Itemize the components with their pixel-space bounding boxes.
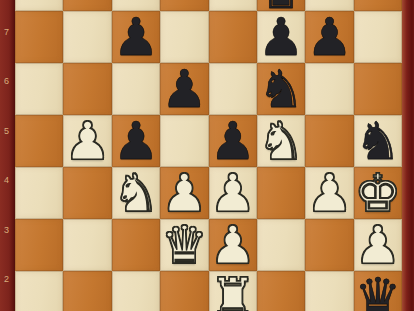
- square-f6[interactable]: ♞: [257, 63, 305, 115]
- square-a6[interactable]: [15, 63, 63, 115]
- piece-bN-h5: ♞: [355, 115, 402, 167]
- square-f3[interactable]: [257, 219, 305, 271]
- rank-label-6: 6: [0, 76, 13, 87]
- square-a4[interactable]: [15, 167, 63, 219]
- square-b7[interactable]: [63, 11, 111, 63]
- square-b2[interactable]: [63, 271, 111, 311]
- square-a5[interactable]: [15, 115, 63, 167]
- square-f4[interactable]: [257, 167, 305, 219]
- piece-wP-e3: ♟: [209, 219, 256, 271]
- piece-wP-b5: ♟: [64, 115, 111, 167]
- square-g7[interactable]: ♟: [305, 11, 353, 63]
- square-a7[interactable]: [15, 11, 63, 63]
- rank-label-4: 4: [0, 175, 13, 186]
- rank-label-3: 3: [0, 225, 13, 236]
- piece-bP-f7: ♟: [258, 11, 305, 63]
- square-e2[interactable]: ♜: [209, 271, 257, 311]
- square-b3[interactable]: [63, 219, 111, 271]
- square-e5[interactable]: ♟: [209, 115, 257, 167]
- square-e8[interactable]: [209, 0, 257, 11]
- rank-label-2: 2: [0, 274, 13, 285]
- piece-bN-f6: ♞: [258, 63, 305, 115]
- square-b4[interactable]: [63, 167, 111, 219]
- square-a8[interactable]: [15, 0, 63, 11]
- board-right-border: [402, 0, 414, 311]
- square-c2[interactable]: [112, 271, 160, 311]
- rank-label-5: 5: [0, 126, 13, 137]
- square-g2[interactable]: [305, 271, 353, 311]
- square-f7[interactable]: ♟: [257, 11, 305, 63]
- piece-wN-c4: ♞: [113, 167, 160, 219]
- square-b8[interactable]: [63, 0, 111, 11]
- square-e7[interactable]: [209, 11, 257, 63]
- rank-label-7: 7: [0, 27, 13, 38]
- board-left-border: 7 6 5 4 3 2: [0, 0, 15, 311]
- piece-wN-f5: ♞: [258, 115, 305, 167]
- square-f2[interactable]: [257, 271, 305, 311]
- square-d8[interactable]: [160, 0, 208, 11]
- chess-board: ♚♟♟♟♟♞♟♟♟♞♞♞♟♟♟♚♛♟♟♜♛♜: [15, 0, 402, 311]
- square-d4[interactable]: ♟: [160, 167, 208, 219]
- square-b6[interactable]: [63, 63, 111, 115]
- square-f5[interactable]: ♞: [257, 115, 305, 167]
- piece-wK-h4: ♚: [355, 167, 402, 219]
- square-c6[interactable]: [112, 63, 160, 115]
- square-d3[interactable]: ♛: [160, 219, 208, 271]
- piece-wP-h3: ♟: [355, 219, 402, 271]
- square-h6[interactable]: [354, 63, 402, 115]
- square-d6[interactable]: ♟: [160, 63, 208, 115]
- piece-bP-g7: ♟: [306, 11, 353, 63]
- square-b5[interactable]: ♟: [63, 115, 111, 167]
- square-c4[interactable]: ♞: [112, 167, 160, 219]
- chess-board-screenshot: ♚♟♟♟♟♞♟♟♟♞♞♞♟♟♟♚♛♟♟♜♛♜ 7 6 5 4 3 2: [0, 0, 414, 311]
- square-d5[interactable]: [160, 115, 208, 167]
- piece-wP-e4: ♟: [209, 167, 256, 219]
- piece-wR-e2: ♜: [209, 271, 256, 311]
- square-h3[interactable]: ♟: [354, 219, 402, 271]
- square-h2[interactable]: ♛: [354, 271, 402, 311]
- piece-bP-d6: ♟: [161, 63, 208, 115]
- square-c7[interactable]: ♟: [112, 11, 160, 63]
- square-h8[interactable]: [354, 0, 402, 11]
- square-c5[interactable]: ♟: [112, 115, 160, 167]
- square-h4[interactable]: ♚: [354, 167, 402, 219]
- square-d7[interactable]: [160, 11, 208, 63]
- square-a3[interactable]: [15, 219, 63, 271]
- piece-bP-e5: ♟: [209, 115, 256, 167]
- square-e6[interactable]: [209, 63, 257, 115]
- square-g4[interactable]: ♟: [305, 167, 353, 219]
- square-e3[interactable]: ♟: [209, 219, 257, 271]
- piece-wP-d4: ♟: [161, 167, 208, 219]
- square-g6[interactable]: [305, 63, 353, 115]
- square-a2[interactable]: [15, 271, 63, 311]
- square-h7[interactable]: [354, 11, 402, 63]
- square-c3[interactable]: [112, 219, 160, 271]
- piece-wQ-d3: ♛: [161, 219, 208, 271]
- piece-bQ-h2: ♛: [355, 271, 402, 311]
- square-g5[interactable]: [305, 115, 353, 167]
- square-d2[interactable]: [160, 271, 208, 311]
- piece-bP-c5: ♟: [113, 115, 160, 167]
- square-g3[interactable]: [305, 219, 353, 271]
- square-e4[interactable]: ♟: [209, 167, 257, 219]
- square-h5[interactable]: ♞: [354, 115, 402, 167]
- piece-wP-g4: ♟: [306, 167, 353, 219]
- piece-bP-c7: ♟: [113, 11, 160, 63]
